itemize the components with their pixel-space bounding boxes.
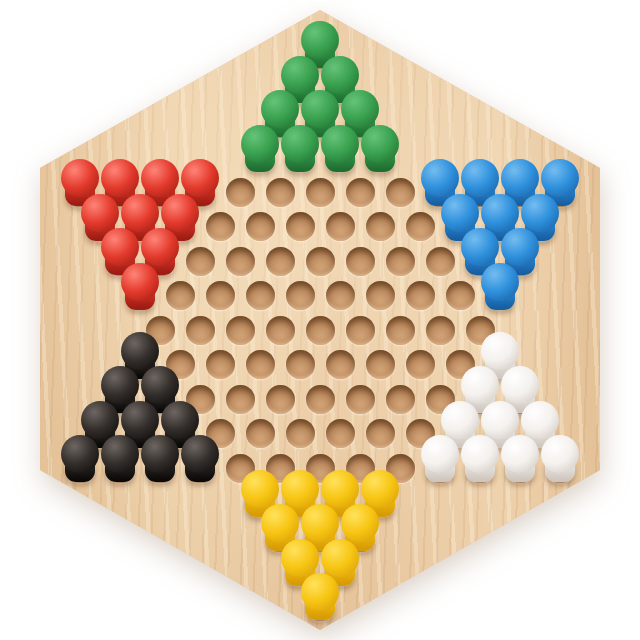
- peg-round-head: [141, 159, 179, 197]
- peg-round-head: [321, 470, 359, 508]
- peg-round-head: [501, 159, 539, 197]
- peg-round-head: [481, 401, 519, 439]
- peg-round-head: [241, 470, 279, 508]
- peg-round-head: [481, 194, 519, 232]
- peg-white[interactable]: [461, 435, 499, 483]
- peg-white[interactable]: [541, 435, 579, 483]
- peg-round-head: [101, 159, 139, 197]
- peg-round-head: [61, 435, 99, 473]
- peg-blue[interactable]: [481, 263, 519, 311]
- peg-round-head: [101, 435, 139, 473]
- peg-round-head: [481, 263, 519, 301]
- peg-round-head: [61, 159, 99, 197]
- peg-round-head: [321, 56, 359, 94]
- peg-round-head: [341, 504, 379, 542]
- peg-round-head: [81, 194, 119, 232]
- peg-round-head: [241, 125, 279, 163]
- peg-round-head: [321, 125, 359, 163]
- peg-round-head: [361, 470, 399, 508]
- peg-round-head: [261, 90, 299, 128]
- peg-round-head: [421, 159, 459, 197]
- peg-black[interactable]: [141, 435, 179, 483]
- peg-round-head: [301, 573, 339, 611]
- peg-round-head: [141, 228, 179, 266]
- peg-round-head: [161, 401, 199, 439]
- pegs-layer: [0, 0, 640, 640]
- peg-round-head: [141, 366, 179, 404]
- peg-round-head: [141, 435, 179, 473]
- peg-green[interactable]: [321, 125, 359, 173]
- peg-round-head: [501, 366, 539, 404]
- peg-round-head: [461, 159, 499, 197]
- peg-round-head: [101, 366, 139, 404]
- product-photo-canvas: [0, 0, 640, 640]
- peg-round-head: [541, 435, 579, 473]
- peg-round-head: [81, 401, 119, 439]
- peg-round-head: [121, 263, 159, 301]
- peg-round-head: [481, 332, 519, 370]
- peg-round-head: [321, 539, 359, 577]
- peg-round-head: [301, 21, 339, 59]
- peg-round-head: [281, 125, 319, 163]
- peg-round-head: [281, 539, 319, 577]
- peg-yellow[interactable]: [301, 573, 339, 621]
- peg-round-head: [341, 90, 379, 128]
- peg-round-head: [461, 228, 499, 266]
- peg-green[interactable]: [281, 125, 319, 173]
- peg-round-head: [121, 194, 159, 232]
- peg-round-head: [101, 228, 139, 266]
- peg-round-head: [161, 194, 199, 232]
- peg-white[interactable]: [421, 435, 459, 483]
- peg-round-head: [121, 332, 159, 370]
- peg-black[interactable]: [61, 435, 99, 483]
- peg-round-head: [361, 125, 399, 163]
- peg-round-head: [301, 90, 339, 128]
- peg-round-head: [461, 366, 499, 404]
- peg-round-head: [541, 159, 579, 197]
- hexagonal-wooden-board: [0, 0, 640, 640]
- peg-round-head: [121, 401, 159, 439]
- peg-round-head: [281, 470, 319, 508]
- peg-round-head: [501, 435, 539, 473]
- board-shadow: [0, 0, 640, 640]
- peg-round-head: [501, 228, 539, 266]
- peg-red[interactable]: [121, 263, 159, 311]
- peg-round-head: [281, 56, 319, 94]
- peg-round-head: [261, 504, 299, 542]
- peg-green[interactable]: [241, 125, 279, 173]
- peg-round-head: [441, 194, 479, 232]
- peg-round-head: [521, 194, 559, 232]
- peg-black[interactable]: [101, 435, 139, 483]
- peg-round-head: [181, 435, 219, 473]
- peg-round-head: [421, 435, 459, 473]
- peg-round-head: [441, 401, 479, 439]
- peg-round-head: [181, 159, 219, 197]
- peg-white[interactable]: [501, 435, 539, 483]
- peg-round-head: [301, 504, 339, 542]
- peg-black[interactable]: [181, 435, 219, 483]
- peg-round-head: [461, 435, 499, 473]
- peg-round-head: [521, 401, 559, 439]
- peg-green[interactable]: [361, 125, 399, 173]
